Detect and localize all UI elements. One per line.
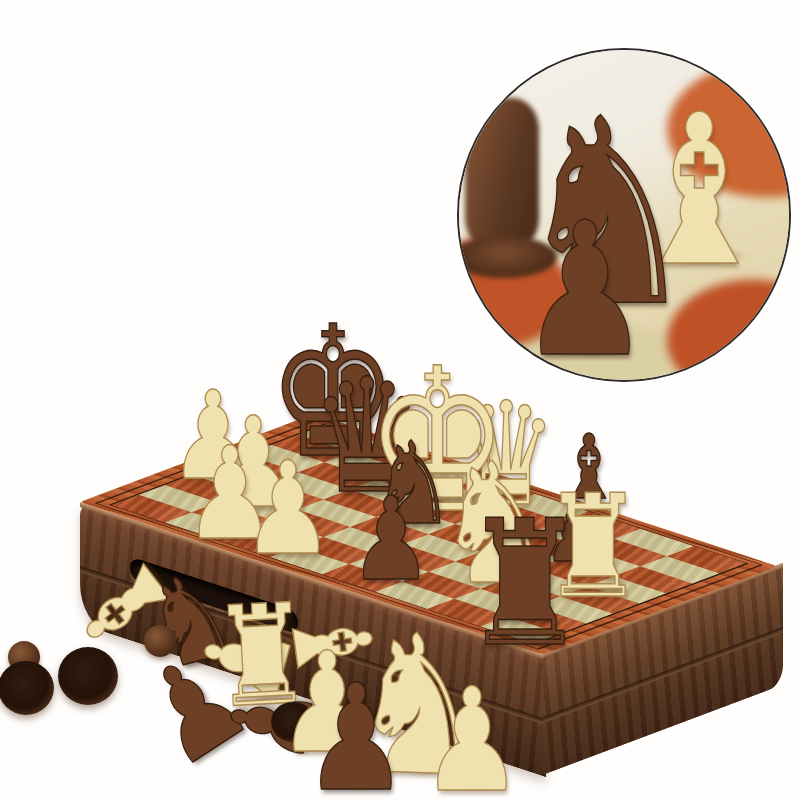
- dark-pawn: ♟: [350, 482, 432, 597]
- fallen-dark-pawn-base: [0, 661, 54, 715]
- dark-pawn: ♟: [303, 665, 408, 800]
- dark-pawn: ♟: [519, 198, 652, 382]
- fallen-dark-pawn-base: [58, 647, 118, 705]
- light-pawn: ♟: [242, 445, 334, 573]
- product-photo-stage: ♚♛♟♟♝♛♚♞♟♟♟♟♞♜♜♜♟♟♞♟♝♞♟♟♝♟ ♝♞♟: [0, 0, 800, 800]
- light-pawn: ♟: [421, 669, 524, 800]
